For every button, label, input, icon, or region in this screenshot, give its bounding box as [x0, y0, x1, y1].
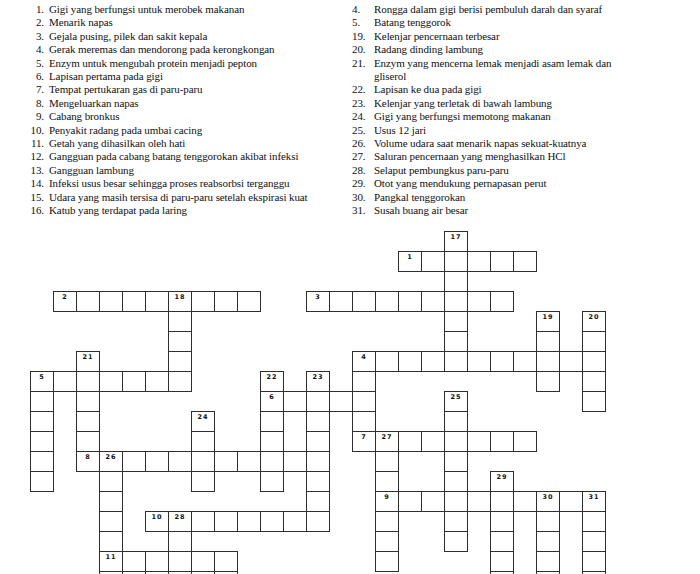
- grid-cell[interactable]: [306, 431, 330, 452]
- grid-cell[interactable]: [582, 331, 606, 352]
- grid-cell[interactable]: [260, 451, 284, 472]
- grid-cell[interactable]: [99, 291, 123, 312]
- grid-clue-number-label: 8: [76, 451, 100, 461]
- clue-item: 31.Susah buang air besar: [352, 204, 686, 217]
- grid-cell[interactable]: [536, 371, 560, 392]
- grid-cell[interactable]: [559, 351, 583, 372]
- grid-cell[interactable]: [30, 391, 54, 412]
- grid-cell[interactable]: [490, 251, 514, 272]
- grid-clue-number-label: 3: [306, 291, 330, 301]
- grid-cell[interactable]: [306, 391, 330, 412]
- grid-cell[interactable]: [168, 371, 192, 392]
- grid-cell[interactable]: [490, 551, 514, 572]
- grid-cell[interactable]: [30, 411, 54, 432]
- grid-cell[interactable]: [168, 551, 192, 572]
- grid-clue-number-label: 28: [168, 511, 192, 521]
- grid-clue-number-label: 31: [582, 491, 606, 501]
- grid-cell[interactable]: [375, 531, 399, 552]
- grid-cell[interactable]: [444, 271, 468, 292]
- clue-text: Katub yang terdapat pada laring: [49, 204, 187, 217]
- grid-cell[interactable]: [214, 451, 238, 472]
- clue-text: Gejala pusing, pilek dan sakit kepala: [49, 30, 207, 43]
- grid-cell[interactable]: [352, 371, 376, 392]
- clue-text: Pangkal tenggorokan: [374, 191, 465, 204]
- clue-item: 16.Katub yang terdapat pada laring: [27, 204, 349, 217]
- clue-number: 28.: [352, 164, 374, 177]
- grid-cell[interactable]: [30, 471, 54, 492]
- clue-number: 12.: [27, 150, 49, 163]
- clue-item: 4.Rongga dalam gigi berisi pembuluh dara…: [352, 3, 686, 16]
- grid-clue-number-label: 30: [536, 491, 560, 501]
- clue-number: 10.: [27, 124, 49, 137]
- grid-cell[interactable]: [536, 551, 560, 572]
- grid-cell[interactable]: [536, 351, 560, 372]
- grid-cell[interactable]: [467, 351, 491, 372]
- grid-cell[interactable]: [582, 351, 606, 372]
- grid-cell[interactable]: [513, 251, 537, 272]
- grid-cell[interactable]: [168, 531, 192, 552]
- grid-cell[interactable]: [444, 331, 468, 352]
- grid-cell[interactable]: [76, 411, 100, 432]
- clue-text: Cabang bronkus: [49, 110, 119, 123]
- grid-clue-number-label: 21: [76, 351, 100, 361]
- grid-cell[interactable]: [375, 291, 399, 312]
- grid-cell[interactable]: [145, 291, 169, 312]
- clue-text: Radang dinding lambung: [374, 43, 483, 56]
- clue-item: 28.Selaput pembungkus paru-paru: [352, 164, 686, 177]
- grid-cell[interactable]: [76, 391, 100, 412]
- grid-cell[interactable]: [536, 511, 560, 532]
- grid-cell[interactable]: [53, 371, 77, 392]
- grid-cell[interactable]: [513, 431, 537, 452]
- grid-cell[interactable]: [191, 431, 215, 452]
- grid-cell[interactable]: [582, 511, 606, 532]
- clue-number: 29.: [352, 177, 374, 190]
- clue-number: 20.: [352, 43, 374, 56]
- grid-cell[interactable]: [536, 531, 560, 552]
- grid-cell[interactable]: [490, 431, 514, 452]
- clue-text: Batang tenggorok: [374, 16, 451, 29]
- clue-text: Lapisan ke dua pada gigi: [374, 83, 482, 96]
- clue-number: 5.: [27, 57, 49, 70]
- clue-text: Enzym yang mencerna lemak menjadi asam l…: [374, 57, 611, 84]
- grid-cell[interactable]: [214, 511, 238, 532]
- clue-text: Infeksi usus besar sehingga proses reabs…: [49, 177, 290, 190]
- clue-item: 12.Gangguan pada cabang batang tenggorok…: [27, 150, 349, 163]
- grid-cell[interactable]: [237, 451, 261, 472]
- grid-cell[interactable]: [375, 471, 399, 492]
- clue-item: 29.Otot yang mendukung pernapasan perut: [352, 177, 686, 190]
- grid-cell[interactable]: [582, 531, 606, 552]
- grid-cell[interactable]: [191, 551, 215, 572]
- clue-item: 13.Gangguan lambung: [27, 164, 349, 177]
- grid-cell[interactable]: [490, 351, 514, 372]
- clue-item: 7.Tempat pertukaran gas di paru-paru: [27, 83, 349, 96]
- grid-cell[interactable]: [122, 451, 146, 472]
- grid-cell[interactable]: [283, 391, 307, 412]
- grid-cell[interactable]: [467, 491, 491, 512]
- grid-cell[interactable]: [398, 291, 422, 312]
- grid-cell[interactable]: [490, 531, 514, 552]
- grid-cell[interactable]: [30, 451, 54, 472]
- grid-cell[interactable]: [444, 251, 468, 272]
- clue-text: Gangguan pada cabang batang tenggorokan …: [49, 150, 298, 163]
- clue-number: 4.: [352, 3, 374, 16]
- clue-text: Udara yang masih tersisa di paru-paru se…: [49, 191, 308, 204]
- grid-clue-number-label: 6: [260, 391, 284, 401]
- clue-text: Penyakit radang pada umbai cacing: [49, 124, 202, 137]
- grid-cell[interactable]: [444, 291, 468, 312]
- clue-number: 16.: [27, 204, 49, 217]
- grid-cell[interactable]: [306, 471, 330, 492]
- grid-clue-number-label: 5: [30, 371, 54, 381]
- grid-clue-number-label: 11: [99, 551, 123, 561]
- clue-number: 14.: [27, 177, 49, 190]
- grid-cell[interactable]: [375, 451, 399, 472]
- grid-cell[interactable]: [191, 291, 215, 312]
- grid-cell[interactable]: [214, 291, 238, 312]
- clue-text: Kelenjar yang terletak di bawah lambung: [374, 97, 552, 110]
- grid-cell[interactable]: [329, 391, 353, 412]
- clue-text: Menarik napas: [49, 16, 113, 29]
- grid-clue-number-label: 7: [352, 431, 376, 441]
- grid-cell[interactable]: [329, 291, 353, 312]
- grid-cell[interactable]: [444, 491, 468, 512]
- grid-cell[interactable]: [352, 291, 376, 312]
- grid-cell[interactable]: [444, 451, 468, 472]
- grid-cell[interactable]: [145, 451, 169, 472]
- clue-item: 25.Usus 12 jari: [352, 124, 686, 137]
- grid-cell[interactable]: [191, 511, 215, 532]
- grid-cell[interactable]: [99, 511, 123, 532]
- grid-cell[interactable]: [191, 451, 215, 472]
- grid-cell[interactable]: [375, 511, 399, 532]
- clue-text: Selaput pembungkus paru-paru: [374, 164, 509, 177]
- clue-number: 5.: [352, 16, 374, 29]
- grid-clue-number-label: 19: [536, 311, 560, 321]
- grid-clue-number-label: 18: [168, 291, 192, 301]
- clue-item: 20.Radang dinding lambung: [352, 43, 686, 56]
- grid-cell[interactable]: [582, 371, 606, 392]
- grid-cell[interactable]: [191, 471, 215, 492]
- grid-cell[interactable]: [76, 291, 100, 312]
- clue-item: 3.Gejala pusing, pilek dan sakit kepala: [27, 30, 349, 43]
- clue-item: 26.Volume udara saat menarik napas sekua…: [352, 137, 686, 150]
- grid-cell[interactable]: [375, 351, 399, 372]
- clue-number: 7.: [27, 83, 49, 96]
- grid-cell[interactable]: [306, 411, 330, 432]
- clue-text: Susah buang air besar: [374, 204, 468, 217]
- down-clues-list: 4.Rongga dalam gigi berisi pembuluh dara…: [352, 3, 686, 218]
- clue-text: Lapisan pertama pada gigi: [49, 70, 163, 83]
- clue-number: 21.: [352, 57, 374, 70]
- clue-text: Mengeluarkan napas: [49, 97, 139, 110]
- grid-cell[interactable]: [421, 431, 445, 452]
- clue-number: 25.: [352, 124, 374, 137]
- clue-text: Getah yang dihasilkan oleh hati: [49, 137, 185, 150]
- grid-cell[interactable]: [145, 371, 169, 392]
- clue-item: 5.Enzym untuk mengubah protein menjadi p…: [27, 57, 349, 70]
- clue-item: 6.Lapisan pertama pada gigi: [27, 70, 349, 83]
- grid-cell[interactable]: [30, 431, 54, 452]
- clue-text: Gigi yang berfungsi untuk merobek makana…: [49, 3, 244, 16]
- clue-item: 11.Getah yang dihasilkan oleh hati: [27, 137, 349, 150]
- clue-item: 21.Enzym yang mencerna lemak menjadi asa…: [352, 57, 686, 84]
- clue-number: 11.: [27, 137, 49, 150]
- clue-item: 1.Gigi yang berfungsi untuk merobek maka…: [27, 3, 349, 16]
- grid-cell[interactable]: [168, 351, 192, 372]
- grid-cell[interactable]: [536, 331, 560, 352]
- grid-clue-number-label: 10: [145, 511, 169, 521]
- grid-cell[interactable]: [398, 491, 422, 512]
- clue-text: Volume udara saat menarik napas sekuat-k…: [374, 137, 586, 150]
- clue-item: 30.Pangkal tenggorokan: [352, 191, 686, 204]
- grid-clue-number-label: 24: [191, 411, 215, 421]
- grid-cell[interactable]: [444, 351, 468, 372]
- clue-number: 15.: [27, 191, 49, 204]
- grid-clue-number-label: 22: [260, 371, 284, 381]
- grid-clue-number-label: 29: [490, 471, 514, 481]
- clue-number: 4.: [27, 43, 49, 56]
- clue-number: 3.: [27, 30, 49, 43]
- grid-cell[interactable]: [490, 291, 514, 312]
- grid-cell[interactable]: [467, 291, 491, 312]
- grid-cell[interactable]: [214, 551, 238, 572]
- clue-text: Enzym untuk mengubah protein menjadi pep…: [49, 57, 257, 70]
- grid-cell[interactable]: [145, 551, 169, 572]
- clue-number: 27.: [352, 150, 374, 163]
- grid-cell[interactable]: [306, 451, 330, 472]
- grid-clue-number-label: 17: [444, 231, 468, 241]
- grid-cell[interactable]: [168, 311, 192, 332]
- grid-cell[interactable]: [421, 291, 445, 312]
- grid-cell[interactable]: [306, 491, 330, 512]
- clue-number: 22.: [352, 83, 374, 96]
- crossword-worksheet: 1.Gigi yang berfungsi untuk merobek maka…: [0, 0, 700, 574]
- grid-clue-number-label: 1: [398, 251, 422, 261]
- grid-cell[interactable]: [352, 411, 376, 432]
- grid-cell[interactable]: [513, 491, 537, 512]
- grid-clue-number-label: 4: [352, 351, 376, 361]
- clue-item: 9.Cabang bronkus: [27, 110, 349, 123]
- clue-item: 24.Gigi yang berfungsi memotong makanan: [352, 110, 686, 123]
- clue-number: 8.: [27, 97, 49, 110]
- clue-text: Gerak meremas dan mendorong pada kerongk…: [49, 43, 275, 56]
- grid-cell[interactable]: [444, 411, 468, 432]
- grid-clue-number-label: 9: [375, 491, 399, 501]
- clue-item: 4.Gerak meremas dan mendorong pada keron…: [27, 43, 349, 56]
- grid-cell[interactable]: [76, 371, 100, 392]
- grid-cell[interactable]: [76, 431, 100, 452]
- grid-cell[interactable]: [122, 551, 146, 572]
- clue-text: Saluran pencernaan yang menghasilkan HCl: [374, 150, 566, 163]
- grid-cell[interactable]: [237, 511, 261, 532]
- grid-clue-number-label: 2: [53, 291, 77, 301]
- clue-number: 1.: [27, 3, 49, 16]
- clue-number: 9.: [27, 110, 49, 123]
- grid-cell[interactable]: [559, 491, 583, 512]
- clue-text: Kelenjar pencernaan terbesar: [374, 30, 499, 43]
- grid-cell[interactable]: [168, 451, 192, 472]
- grid-cell[interactable]: [283, 511, 307, 532]
- grid-cell[interactable]: [99, 531, 123, 552]
- grid-cell[interactable]: [398, 431, 422, 452]
- clue-item: 2.Menarik napas: [27, 16, 349, 29]
- grid-cell[interactable]: [513, 351, 537, 372]
- grid-cell[interactable]: [168, 331, 192, 352]
- grid-cell[interactable]: [99, 471, 123, 492]
- grid-cell[interactable]: [444, 511, 468, 532]
- grid-cell[interactable]: [421, 491, 445, 512]
- clue-text: Gigi yang berfungsi memotong makanan: [374, 110, 551, 123]
- clue-number: 23.: [352, 97, 374, 110]
- grid-clue-number-label: 20: [582, 311, 606, 321]
- grid-cell[interactable]: [260, 411, 284, 432]
- grid-cell[interactable]: [283, 451, 307, 472]
- clue-text: Tempat pertukaran gas di paru-paru: [49, 83, 202, 96]
- clue-number: 26.: [352, 137, 374, 150]
- clue-item: 19.Kelenjar pencernaan terbesar: [352, 30, 686, 43]
- clue-item: 10.Penyakit radang pada umbai cacing: [27, 124, 349, 137]
- grid-clue-number-label: 25: [444, 391, 468, 401]
- grid-cell[interactable]: [421, 251, 445, 272]
- clue-number: 2.: [27, 16, 49, 29]
- grid-cell[interactable]: [99, 491, 123, 512]
- grid-cell[interactable]: [490, 511, 514, 532]
- grid-cell[interactable]: [375, 551, 399, 572]
- clue-text: Rongga dalam gigi berisi pembuluh darah …: [374, 3, 602, 16]
- grid-cell[interactable]: [582, 551, 606, 572]
- grid-cell[interactable]: [421, 351, 445, 372]
- grid-cell[interactable]: [260, 431, 284, 452]
- grid-cell[interactable]: [260, 471, 284, 492]
- grid-cell[interactable]: [444, 531, 468, 552]
- grid-cell[interactable]: [467, 251, 491, 272]
- grid-cell[interactable]: [306, 511, 330, 532]
- clue-text: Otot yang mendukung pernapasan perut: [374, 177, 546, 190]
- clue-number: 6.: [27, 70, 49, 83]
- grid-cell[interactable]: [398, 351, 422, 372]
- grid-cell[interactable]: [444, 311, 468, 332]
- grid-cell[interactable]: [260, 511, 284, 532]
- clue-item: 23.Kelenjar yang terletak di bawah lambu…: [352, 97, 686, 110]
- grid-cell[interactable]: [352, 391, 376, 412]
- clue-number: 24.: [352, 110, 374, 123]
- across-clues-list: 1.Gigi yang berfungsi untuk merobek maka…: [27, 3, 349, 218]
- grid-cell[interactable]: [467, 431, 491, 452]
- grid-cell[interactable]: [99, 371, 123, 392]
- clue-text: Usus 12 jari: [374, 124, 426, 137]
- grid-cell[interactable]: [122, 291, 146, 312]
- clue-text: Gangguan lambung: [49, 164, 134, 177]
- clue-number: 13.: [27, 164, 49, 177]
- clue-item: 14.Infeksi usus besar sehingga proses re…: [27, 177, 349, 190]
- grid-cell[interactable]: [237, 291, 261, 312]
- grid-cell[interactable]: [444, 431, 468, 452]
- clue-item: 22.Lapisan ke dua pada gigi: [352, 83, 686, 96]
- clue-item: 27.Saluran pencernaan yang menghasilkan …: [352, 150, 686, 163]
- grid-cell[interactable]: [582, 391, 606, 412]
- clue-number: 31.: [352, 204, 374, 217]
- clue-number: 19.: [352, 30, 374, 43]
- clue-item: 15.Udara yang masih tersisa di paru-paru…: [27, 191, 349, 204]
- grid-clue-number-label: 27: [375, 431, 399, 441]
- clue-item: 5.Batang tenggorok: [352, 16, 686, 29]
- grid-clue-number-label: 23: [306, 371, 330, 381]
- grid-cell[interactable]: [490, 491, 514, 512]
- grid-cell[interactable]: [122, 371, 146, 392]
- clue-item: 8.Mengeluarkan napas: [27, 97, 349, 110]
- clue-number: 30.: [352, 191, 374, 204]
- grid-clue-number-label: 26: [99, 451, 123, 461]
- grid-cell[interactable]: [444, 471, 468, 492]
